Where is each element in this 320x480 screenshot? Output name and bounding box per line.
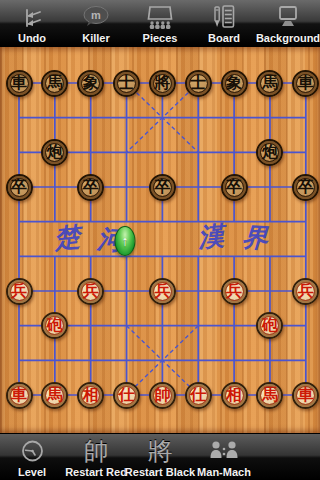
clock-icon <box>19 437 46 466</box>
xiangqi-app-screen: Undo m Killer <box>0 0 320 480</box>
board-button[interactable]: Board <box>192 0 256 46</box>
piece-black-士[interactable]: 士 <box>113 70 140 97</box>
piece-black-士[interactable]: 士 <box>185 70 212 97</box>
piece-red-兵[interactable]: 兵 <box>6 278 33 305</box>
piece-black-車[interactable]: 車 <box>6 70 33 97</box>
piece-red-相[interactable]: 相 <box>221 382 248 409</box>
man-machine-button[interactable]: Man-Mach <box>192 434 256 480</box>
piece-red-兵[interactable]: 兵 <box>77 278 104 305</box>
level-button[interactable]: Level <box>0 434 64 480</box>
restart-red-button[interactable]: 帥 Restart Red <box>64 434 128 480</box>
pieces-screen-icon <box>144 3 176 32</box>
man-machine-icon <box>207 437 241 466</box>
pieces-label: Pieces <box>143 32 178 44</box>
piece-black-象[interactable]: 象 <box>77 70 104 97</box>
killer-label: Killer <box>82 32 110 44</box>
piece-red-相[interactable]: 相 <box>77 382 104 409</box>
piece-black-車[interactable]: 車 <box>292 70 319 97</box>
man-machine-label: Man-Mach <box>197 466 251 478</box>
board-edit-icon <box>211 3 237 32</box>
piece-red-兵[interactable]: 兵 <box>149 278 176 305</box>
svg-text:m: m <box>91 9 101 21</box>
piece-black-卒[interactable]: 卒 <box>149 174 176 201</box>
piece-red-車[interactable]: 車 <box>6 382 33 409</box>
top-toolbar: Undo m Killer <box>0 0 320 47</box>
xiangqi-board[interactable]: 楚河漢界 車馬象士將士象馬車炮炮卒卒卒卒卒兵兵兵兵兵砲砲車馬相仕帥仕相馬車 ↑ <box>0 47 320 433</box>
background-button[interactable]: Background <box>256 0 320 46</box>
bottom-toolbar: Level 帥 Restart Red 將 Restart Black <box>0 433 320 480</box>
red-general-icon: 帥 <box>84 437 109 466</box>
undo-button[interactable]: Undo <box>0 0 64 46</box>
undo-label: Undo <box>18 32 46 44</box>
move-indicator-button[interactable]: ↑ <box>115 226 136 256</box>
piece-black-卒[interactable]: 卒 <box>77 174 104 201</box>
restart-black-label: Restart Black <box>125 466 195 478</box>
restart-black-button[interactable]: 將 Restart Black <box>128 434 192 480</box>
piece-black-將[interactable]: 將 <box>149 70 176 97</box>
piece-black-卒[interactable]: 卒 <box>221 174 248 201</box>
piece-red-兵[interactable]: 兵 <box>221 278 248 305</box>
piece-red-帥[interactable]: 帥 <box>149 382 176 409</box>
killer-button[interactable]: m Killer <box>64 0 128 46</box>
piece-black-馬[interactable]: 馬 <box>256 70 283 97</box>
board-grid-lines <box>0 47 320 433</box>
piece-black-卒[interactable]: 卒 <box>6 174 33 201</box>
undo-icon <box>19 3 45 32</box>
piece-red-馬[interactable]: 馬 <box>256 382 283 409</box>
board-label: Board <box>208 32 240 44</box>
background-monitor-icon <box>274 3 302 32</box>
killer-bubble-icon: m <box>81 3 111 32</box>
piece-black-卒[interactable]: 卒 <box>292 174 319 201</box>
pieces-button[interactable]: Pieces <box>128 0 192 46</box>
piece-black-象[interactable]: 象 <box>221 70 248 97</box>
piece-red-仕[interactable]: 仕 <box>113 382 140 409</box>
piece-red-馬[interactable]: 馬 <box>41 382 68 409</box>
piece-black-馬[interactable]: 馬 <box>41 70 68 97</box>
black-general-icon: 將 <box>148 437 173 466</box>
piece-black-炮[interactable]: 炮 <box>41 139 68 166</box>
background-label: Background <box>256 32 320 44</box>
piece-red-兵[interactable]: 兵 <box>292 278 319 305</box>
level-label: Level <box>18 466 46 478</box>
restart-red-label: Restart Red <box>65 466 127 478</box>
piece-red-車[interactable]: 車 <box>292 382 319 409</box>
piece-red-仕[interactable]: 仕 <box>185 382 212 409</box>
